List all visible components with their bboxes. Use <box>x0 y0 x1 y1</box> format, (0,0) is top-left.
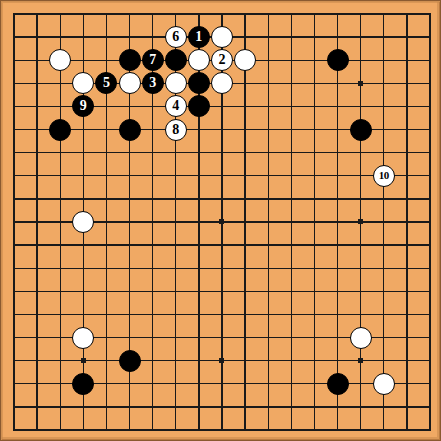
move-number: 2 <box>218 53 225 67</box>
stone-white <box>211 26 233 48</box>
stone-black <box>188 95 210 117</box>
stone-black <box>72 373 94 395</box>
stone-black <box>119 119 141 141</box>
move-number: 6 <box>172 30 179 44</box>
move-6-stone-white: 6 <box>165 26 187 48</box>
stone-black <box>119 350 141 372</box>
stone-white <box>119 72 141 94</box>
move-2-stone-white: 2 <box>211 49 233 71</box>
stone-white <box>234 49 256 71</box>
stone-black <box>188 72 210 94</box>
star-point <box>81 358 86 363</box>
stone-white <box>72 327 94 349</box>
move-number: 10 <box>379 170 389 181</box>
move-number: 8 <box>172 123 179 137</box>
move-4-stone-white: 4 <box>165 95 187 117</box>
star-point <box>219 358 224 363</box>
stone-black <box>327 373 349 395</box>
star-point <box>358 358 363 363</box>
move-9-stone-black: 9 <box>72 95 94 117</box>
stone-black <box>327 49 349 71</box>
stone-black <box>119 49 141 71</box>
go-board-diagram: 61725394810 <box>0 0 441 441</box>
stone-black <box>350 119 372 141</box>
star-point <box>219 219 224 224</box>
star-point <box>358 219 363 224</box>
stone-black <box>49 119 71 141</box>
move-10-stone-white: 10 <box>373 165 395 187</box>
move-number: 9 <box>80 99 87 113</box>
stone-white <box>49 49 71 71</box>
stone-white <box>188 49 210 71</box>
stones-layer: 61725394810 <box>2 2 441 441</box>
stone-white <box>350 327 372 349</box>
move-7-stone-black: 7 <box>142 49 164 71</box>
star-point <box>358 81 363 86</box>
move-8-stone-white: 8 <box>165 119 187 141</box>
move-number: 5 <box>103 76 110 90</box>
stone-white <box>373 373 395 395</box>
move-number: 4 <box>172 99 179 113</box>
stone-white <box>72 72 94 94</box>
stone-white <box>165 72 187 94</box>
stone-white <box>72 211 94 233</box>
move-3-stone-black: 3 <box>142 72 164 94</box>
move-number: 3 <box>149 76 156 90</box>
move-1-stone-black: 1 <box>188 26 210 48</box>
move-number: 7 <box>149 53 156 67</box>
move-5-stone-black: 5 <box>95 72 117 94</box>
move-number: 1 <box>195 30 202 44</box>
stone-white <box>211 72 233 94</box>
stone-black <box>165 49 187 71</box>
